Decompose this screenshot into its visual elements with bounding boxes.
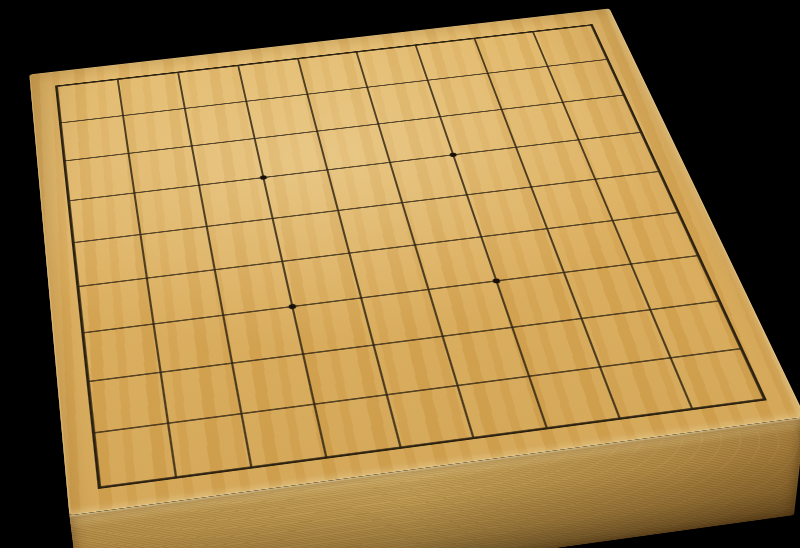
board-grid	[55, 24, 767, 489]
board-cell-7i	[241, 404, 326, 467]
board-cell-6i	[314, 395, 400, 457]
board-cell-9i	[94, 423, 176, 487]
photo-background	[0, 0, 800, 548]
shogi-board	[40, 97, 794, 548]
board-cell-8i	[168, 414, 251, 477]
